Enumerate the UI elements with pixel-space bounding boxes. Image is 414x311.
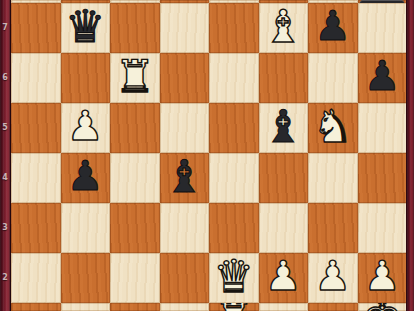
square-g7[interactable]: ♟ (308, 3, 358, 53)
square-d6[interactable] (160, 53, 210, 103)
square-g2[interactable]: ♟ (308, 253, 358, 303)
square-e4[interactable] (209, 153, 259, 203)
rank-label-2: 2 (0, 273, 10, 283)
rank-5: ♟♝♞ (11, 103, 407, 153)
square-h3[interactable] (358, 203, 408, 253)
piece-black-bishop-f5: ♝ (263, 104, 303, 149)
rank-1: ♜♚ (11, 303, 407, 311)
square-d3[interactable] (160, 203, 210, 253)
square-f1[interactable] (259, 303, 309, 311)
rank-3 (11, 203, 407, 253)
square-f6[interactable] (259, 53, 309, 103)
square-c1[interactable] (110, 303, 160, 311)
square-e7[interactable] (209, 3, 259, 53)
square-c4[interactable] (110, 153, 160, 203)
chess-board: ♛♝♟♜♟♟♝♞♟♝♛♟♟♟♜♚ (11, 0, 407, 311)
square-f3[interactable] (259, 203, 309, 253)
piece-white-rook-e1: ♜ (214, 303, 254, 311)
square-d4[interactable]: ♝ (160, 153, 210, 203)
board-frame-right (406, 0, 414, 311)
rank-label-4: 4 (0, 173, 10, 183)
piece-black-pawn-h6: ♟ (364, 56, 401, 97)
board-frame-left (0, 0, 11, 311)
piece-white-king-h1: ♚ (362, 303, 402, 311)
square-h1[interactable]: ♚ (358, 303, 408, 311)
square-a3[interactable] (11, 203, 61, 253)
square-e6[interactable] (209, 53, 259, 103)
square-a7[interactable] (11, 3, 61, 53)
square-g5[interactable]: ♞ (308, 103, 358, 153)
chessboard-screenshot: ♛♝♟♜♟♟♝♞♟♝♛♟♟♟♜♚ 765432 (0, 0, 414, 311)
square-d7[interactable] (160, 3, 210, 53)
square-a4[interactable] (11, 153, 61, 203)
square-d2[interactable] (160, 253, 210, 303)
square-a1[interactable] (11, 303, 61, 311)
rank-4: ♟♝ (11, 153, 407, 203)
rank-2: ♛♟♟♟ (11, 253, 407, 303)
piece-black-queen-b7: ♛ (65, 4, 105, 49)
square-h4[interactable] (358, 153, 408, 203)
square-c2[interactable] (110, 253, 160, 303)
square-b5[interactable]: ♟ (61, 103, 111, 153)
square-d5[interactable] (160, 103, 210, 153)
piece-white-pawn-f2: ♟ (265, 256, 302, 297)
square-h7[interactable] (358, 3, 408, 53)
piece-white-knight-g5: ♞ (313, 104, 353, 149)
square-b2[interactable] (61, 253, 111, 303)
square-b4[interactable]: ♟ (61, 153, 111, 203)
square-f2[interactable]: ♟ (259, 253, 309, 303)
rank-label-3: 3 (0, 223, 10, 233)
square-c3[interactable] (110, 203, 160, 253)
rank-label-5: 5 (0, 123, 10, 133)
square-h6[interactable]: ♟ (358, 53, 408, 103)
square-b6[interactable] (61, 53, 111, 103)
square-a5[interactable] (11, 103, 61, 153)
piece-white-pawn-h2: ♟ (364, 256, 401, 297)
square-e5[interactable] (209, 103, 259, 153)
square-f7[interactable]: ♝ (259, 3, 309, 53)
square-h5[interactable] (358, 103, 408, 153)
square-c6[interactable]: ♜ (110, 53, 160, 103)
square-f4[interactable] (259, 153, 309, 203)
square-h2[interactable]: ♟ (358, 253, 408, 303)
square-b1[interactable] (61, 303, 111, 311)
square-a6[interactable] (11, 53, 61, 103)
square-b7[interactable]: ♛ (61, 3, 111, 53)
square-g1[interactable] (308, 303, 358, 311)
rank-7: ♛♝♟ (11, 3, 407, 53)
square-c7[interactable] (110, 3, 160, 53)
piece-black-pawn-b4: ♟ (67, 156, 104, 197)
square-g6[interactable] (308, 53, 358, 103)
square-g3[interactable] (308, 203, 358, 253)
square-e1[interactable]: ♜ (209, 303, 259, 311)
square-e2[interactable]: ♛ (209, 253, 259, 303)
square-g4[interactable] (308, 153, 358, 203)
piece-white-pawn-b5: ♟ (67, 106, 104, 147)
rank-6: ♜♟ (11, 53, 407, 103)
square-c5[interactable] (110, 103, 160, 153)
piece-black-bishop-d4: ♝ (164, 154, 204, 199)
square-e3[interactable] (209, 203, 259, 253)
piece-white-queen-e2: ♛ (214, 254, 254, 299)
piece-white-pawn-g2: ♟ (314, 256, 351, 297)
square-b3[interactable] (61, 203, 111, 253)
piece-white-rook-c6: ♜ (115, 54, 155, 99)
piece-white-bishop-f7: ♝ (263, 4, 303, 49)
square-a2[interactable] (11, 253, 61, 303)
piece-black-pawn-g7: ♟ (314, 6, 351, 47)
rank-label-7: 7 (0, 23, 10, 33)
square-d1[interactable] (160, 303, 210, 311)
square-f5[interactable]: ♝ (259, 103, 309, 153)
rank-label-6: 6 (0, 73, 10, 83)
